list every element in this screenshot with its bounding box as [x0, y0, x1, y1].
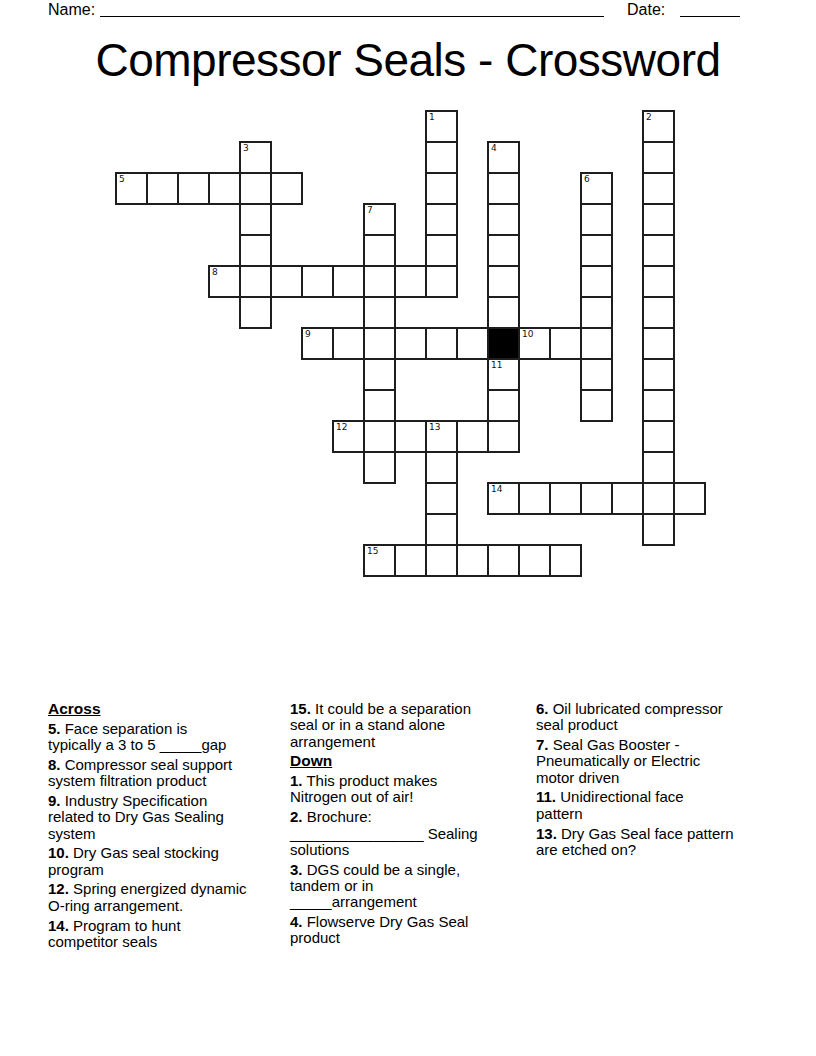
- clue-number: 1.: [290, 772, 303, 789]
- cell-number: 15: [367, 546, 378, 556]
- grid-cell[interactable]: [363, 389, 396, 422]
- grid-cell[interactable]: [425, 265, 458, 298]
- clue-text: DGS could be a single, tandem or in ____…: [290, 861, 460, 911]
- clue-number: 5.: [48, 720, 61, 737]
- grid-cell[interactable]: 1: [425, 110, 458, 143]
- clue-down-1: 1. This product makes Nitrogen out of ai…: [290, 773, 522, 806]
- grid-cell[interactable]: 14: [487, 482, 520, 515]
- grid-cell[interactable]: [549, 544, 582, 577]
- grid-cell[interactable]: [580, 234, 613, 267]
- grid-cell[interactable]: [642, 327, 675, 360]
- clue-number: 6.: [536, 700, 549, 717]
- clue-number: 7.: [536, 736, 549, 753]
- grid-cell[interactable]: [487, 389, 520, 422]
- clue-down-13: 13. Dry Gas Seal face pattern are etched…: [536, 826, 766, 859]
- grid-cell[interactable]: [487, 172, 520, 205]
- clue-number: 2.: [290, 808, 303, 825]
- clue-text: Industry Specification related to Dry Ga…: [48, 792, 224, 842]
- clue-number: 4.: [290, 913, 303, 930]
- grid-cell[interactable]: [642, 451, 675, 484]
- clue-text: Compressor seal support system filtratio…: [48, 756, 232, 789]
- clues-heading-across: Across: [48, 701, 276, 717]
- grid-cell[interactable]: [363, 327, 396, 360]
- clue-text: Dry Gas Seal face pattern are etched on?: [536, 825, 734, 858]
- clue-text: Brochure: ________________ Sealing solut…: [290, 808, 478, 858]
- clue-across-10: 10. Dry Gas seal stocking program: [48, 845, 276, 878]
- grid-cell[interactable]: [363, 420, 396, 453]
- grid-cell[interactable]: 3: [239, 141, 272, 174]
- grid-cell[interactable]: [239, 172, 272, 205]
- grid-cell[interactable]: [239, 265, 272, 298]
- date-blank-line[interactable]: [680, 0, 740, 17]
- clue-text: It could be a separation seal or in a st…: [290, 700, 471, 750]
- cell-number: 1: [429, 112, 435, 122]
- grid-cell[interactable]: [487, 544, 520, 577]
- cell-number: 12: [336, 422, 347, 432]
- grid-cell[interactable]: 9: [301, 327, 334, 360]
- grid-cell[interactable]: [642, 141, 675, 174]
- grid-cell[interactable]: [208, 172, 241, 205]
- grid-cell[interactable]: [394, 420, 427, 453]
- grid-cell[interactable]: [487, 296, 520, 329]
- grid-cell[interactable]: [177, 172, 210, 205]
- grid-cell[interactable]: [642, 172, 675, 205]
- clue-across-5: 5. Face separation is typically a 3 to 5…: [48, 721, 276, 754]
- clue-across-9: 9. Industry Specification related to Dry…: [48, 793, 276, 842]
- grid-cell[interactable]: 11: [487, 358, 520, 391]
- clue-number: 3.: [290, 861, 303, 878]
- grid-cell[interactable]: [425, 451, 458, 484]
- grid-cell[interactable]: [270, 265, 303, 298]
- grid-cell[interactable]: [394, 265, 427, 298]
- puzzle-title: Compressor Seals - Crossword: [0, 33, 816, 88]
- grid-cell[interactable]: [425, 141, 458, 174]
- grid-cell[interactable]: [580, 327, 613, 360]
- grid-cell[interactable]: 4: [487, 141, 520, 174]
- clue-text: Oil lubricated compressor seal product: [536, 700, 723, 733]
- name-label: Name:: [48, 1, 95, 19]
- cell-number: 6: [584, 174, 590, 184]
- grid-cell[interactable]: [611, 482, 644, 515]
- grid-cell[interactable]: [146, 172, 179, 205]
- grid-cell[interactable]: [487, 234, 520, 267]
- clue-number: 12.: [48, 880, 69, 897]
- grid-cell[interactable]: [642, 265, 675, 298]
- clue-down-2: 2. Brochure: ________________ Sealing so…: [290, 809, 522, 858]
- grid-cell[interactable]: [549, 327, 582, 360]
- grid-cell[interactable]: [394, 544, 427, 577]
- grid-cell[interactable]: [487, 265, 520, 298]
- clue-across-12: 12. Spring energized dynamic O-ring arra…: [48, 881, 276, 914]
- clues-column-1: Across5. Face separation is typically a …: [48, 701, 276, 954]
- grid-cell[interactable]: 6: [580, 172, 613, 205]
- grid-cell[interactable]: [673, 482, 706, 515]
- grid-cell[interactable]: [363, 358, 396, 391]
- grid-cell[interactable]: [425, 544, 458, 577]
- grid-cell[interactable]: 10: [518, 327, 551, 360]
- grid-cell[interactable]: [642, 513, 675, 546]
- clue-number: 11.: [536, 788, 556, 805]
- cell-number: 11: [491, 360, 502, 370]
- grid-cell[interactable]: [425, 234, 458, 267]
- grid-cell[interactable]: [332, 327, 365, 360]
- clue-down-11: 11. Unidirectional face pattern: [536, 789, 766, 822]
- grid-cell[interactable]: [456, 544, 489, 577]
- clue-text: Seal Gas Booster - Pneumatically or Elec…: [536, 736, 700, 786]
- name-blank-line[interactable]: [100, 0, 604, 17]
- grid-cell[interactable]: [580, 296, 613, 329]
- grid-cell[interactable]: [580, 358, 613, 391]
- grid-cell[interactable]: 12: [332, 420, 365, 453]
- clue-text: Face separation is typically a 3 to 5 __…: [48, 720, 226, 753]
- grid-cell[interactable]: [487, 420, 520, 453]
- clue-across-15: 15. It could be a separation seal or in …: [290, 701, 522, 750]
- clue-down-6: 6. Oil lubricated compressor seal produc…: [536, 701, 766, 734]
- cell-number: 3: [243, 143, 249, 153]
- clue-text: Spring energized dynamic O-ring arrangem…: [48, 880, 246, 913]
- grid-cell[interactable]: [270, 172, 303, 205]
- grid-cell[interactable]: [642, 234, 675, 267]
- clue-down-7: 7. Seal Gas Booster - Pneumatically or E…: [536, 737, 766, 786]
- clue-number: 8.: [48, 756, 61, 773]
- crossword-grid: 123456789101112131415: [115, 110, 708, 579]
- grid-cell[interactable]: [518, 544, 551, 577]
- clue-text: Unidirectional face pattern: [536, 788, 684, 821]
- grid-cell[interactable]: [363, 265, 396, 298]
- clue-number: 14.: [48, 917, 69, 934]
- clues-column-3: 6. Oil lubricated compressor seal produc…: [536, 701, 766, 954]
- grid-cell[interactable]: [363, 451, 396, 484]
- grid-cell[interactable]: [425, 513, 458, 546]
- grid-cell[interactable]: 5: [115, 172, 148, 205]
- grid-cell[interactable]: [642, 203, 675, 236]
- black-cell: [487, 327, 520, 360]
- clue-text: This product makes Nitrogen out of air!: [290, 772, 437, 805]
- grid-cell[interactable]: [239, 203, 272, 236]
- clue-number: 15.: [290, 700, 311, 717]
- clue-number: 9.: [48, 792, 61, 809]
- grid-cell[interactable]: [425, 482, 458, 515]
- clue-down-4: 4. Flowserve Dry Gas Seal product: [290, 914, 522, 947]
- grid-cell[interactable]: [642, 389, 675, 422]
- grid-cell[interactable]: [301, 265, 334, 298]
- grid-cell[interactable]: [580, 265, 613, 298]
- grid-cell[interactable]: [487, 203, 520, 236]
- clue-number: 13.: [536, 825, 557, 842]
- cell-number: 9: [305, 329, 311, 339]
- grid-cell[interactable]: [456, 420, 489, 453]
- cell-number: 7: [367, 205, 373, 215]
- clue-text: Flowserve Dry Gas Seal product: [290, 913, 468, 946]
- grid-cell[interactable]: [239, 296, 272, 329]
- grid-cell[interactable]: [456, 327, 489, 360]
- cell-number: 14: [491, 484, 502, 494]
- grid-cell[interactable]: [425, 172, 458, 205]
- clues-column-2: 15. It could be a separation seal or in …: [290, 701, 522, 954]
- date-label: Date:: [627, 1, 665, 19]
- grid-cell[interactable]: [425, 203, 458, 236]
- grid-cell[interactable]: 7: [363, 203, 396, 236]
- grid-cell[interactable]: [580, 389, 613, 422]
- grid-cell[interactable]: 2: [642, 110, 675, 143]
- clues-heading-down: Down: [290, 753, 522, 769]
- clues-section: Across5. Face separation is typically a …: [48, 701, 766, 954]
- grid-cell[interactable]: [239, 234, 272, 267]
- grid-cell[interactable]: [363, 234, 396, 267]
- cell-number: 10: [522, 329, 533, 339]
- grid-cell[interactable]: [425, 327, 458, 360]
- clue-number: 10.: [48, 844, 69, 861]
- grid-cell[interactable]: [394, 327, 427, 360]
- grid-cell[interactable]: 8: [208, 265, 241, 298]
- grid-cell[interactable]: [518, 482, 551, 515]
- cell-number: 8: [212, 267, 218, 277]
- grid-cell[interactable]: [580, 482, 613, 515]
- grid-cell[interactable]: [642, 296, 675, 329]
- cell-number: 5: [119, 174, 125, 184]
- cell-number: 4: [491, 143, 497, 153]
- grid-cell[interactable]: [642, 358, 675, 391]
- grid-cell[interactable]: [642, 420, 675, 453]
- grid-cell[interactable]: 13: [425, 420, 458, 453]
- grid-cell[interactable]: 15: [363, 544, 396, 577]
- clue-across-8: 8. Compressor seal support system filtra…: [48, 757, 276, 790]
- grid-cell[interactable]: [332, 265, 365, 298]
- clue-across-14: 14. Program to hunt competitor seals: [48, 918, 276, 951]
- grid-cell[interactable]: [363, 296, 396, 329]
- worksheet-page: Name: Date: Compressor Seals - Crossword…: [0, 0, 816, 1056]
- grid-cell[interactable]: [580, 203, 613, 236]
- grid-cell[interactable]: [549, 482, 582, 515]
- clue-text: Dry Gas seal stocking program: [48, 844, 219, 877]
- clue-down-3: 3. DGS could be a single, tandem or in _…: [290, 862, 522, 911]
- cell-number: 13: [429, 422, 440, 432]
- grid-cell[interactable]: [642, 482, 675, 515]
- cell-number: 2: [646, 112, 652, 122]
